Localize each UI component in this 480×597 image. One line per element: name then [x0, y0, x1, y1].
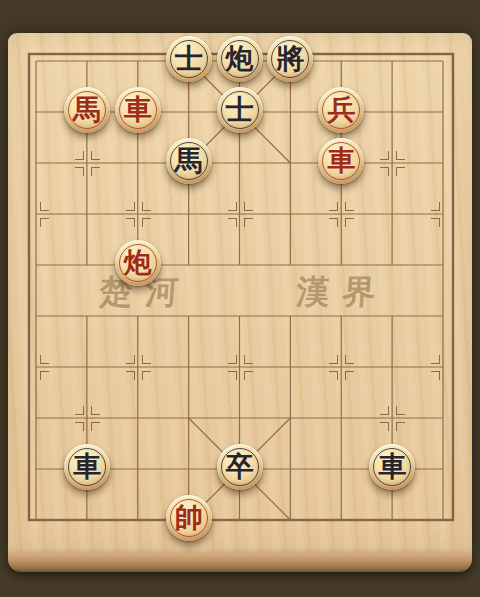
piece-glyph: 車: [73, 453, 101, 481]
piece-black-卒[interactable]: 卒: [217, 444, 263, 490]
piece-glyph: 士: [175, 45, 203, 73]
piece-ring: [322, 142, 360, 180]
piece-glyph: 將: [276, 45, 304, 73]
piece-ring: [373, 448, 411, 486]
piece-ring: [221, 91, 259, 129]
piece-glyph: 士: [226, 96, 254, 124]
xiangqi-board[interactable]: 楚河 漢界 士炮將馬車士兵馬車炮車卒車帥: [8, 33, 472, 571]
piece-red-車[interactable]: 車: [115, 87, 161, 133]
piece-glyph: 車: [327, 147, 355, 175]
piece-glyph: 炮: [124, 249, 152, 277]
piece-ring: [271, 40, 309, 78]
piece-glyph: 卒: [226, 453, 254, 481]
piece-ring: [170, 142, 208, 180]
piece-black-馬[interactable]: 馬: [166, 138, 212, 184]
piece-red-馬[interactable]: 馬: [64, 87, 110, 133]
piece-ring: [322, 91, 360, 129]
piece-red-車[interactable]: 車: [318, 138, 364, 184]
piece-glyph: 馬: [73, 96, 101, 124]
piece-glyph: 馬: [175, 147, 203, 175]
piece-black-士[interactable]: 士: [166, 36, 212, 82]
piece-ring: [68, 91, 106, 129]
piece-red-帥[interactable]: 帥: [166, 495, 212, 541]
piece-red-炮[interactable]: 炮: [115, 240, 161, 286]
piece-glyph: 車: [124, 96, 152, 124]
piece-black-士[interactable]: 士: [217, 87, 263, 133]
piece-glyph: 車: [378, 453, 406, 481]
piece-ring: [221, 448, 259, 486]
piece-glyph: 帥: [175, 504, 203, 532]
board-front-edge: [8, 553, 472, 572]
piece-glyph: 炮: [226, 45, 254, 73]
piece-black-車[interactable]: 車: [64, 444, 110, 490]
piece-ring: [119, 91, 157, 129]
piece-black-車[interactable]: 車: [369, 444, 415, 490]
piece-ring: [119, 244, 157, 282]
piece-ring: [68, 448, 106, 486]
piece-red-兵[interactable]: 兵: [318, 87, 364, 133]
piece-ring: [170, 499, 208, 537]
piece-glyph: 兵: [327, 96, 355, 124]
piece-black-炮[interactable]: 炮: [217, 36, 263, 82]
piece-ring: [221, 40, 259, 78]
piece-ring: [170, 40, 208, 78]
